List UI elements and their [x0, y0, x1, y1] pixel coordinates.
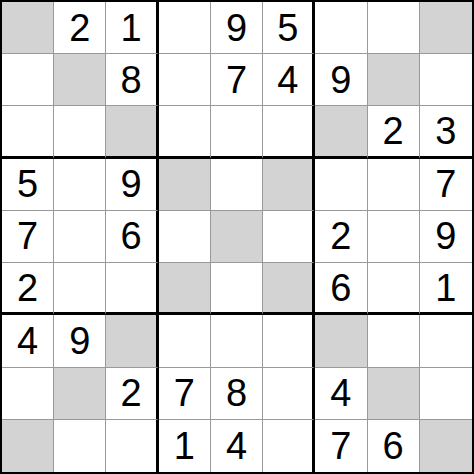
given-digit: 8 [226, 374, 247, 412]
given-digit: 7 [435, 165, 456, 203]
cell-r7c8[interactable] [368, 315, 420, 367]
given-digit: 7 [17, 217, 38, 255]
given-digit: 4 [277, 61, 298, 99]
cell-r8c7[interactable]: 4 [315, 368, 367, 420]
given-digit: 9 [120, 165, 141, 203]
cell-r2c2[interactable] [54, 54, 106, 106]
cell-r2c7[interactable]: 9 [315, 54, 367, 106]
given-digit: 2 [330, 217, 351, 255]
given-digit: 7 [330, 427, 351, 465]
given-digit: 6 [330, 269, 351, 307]
cell-r1c8[interactable] [368, 2, 420, 54]
cell-r1c6[interactable]: 5 [263, 2, 315, 54]
cell-r6c6[interactable] [263, 263, 315, 315]
given-digit: 5 [17, 165, 38, 203]
cell-r3c4[interactable] [159, 106, 211, 158]
cell-r1c5[interactable]: 9 [211, 2, 263, 54]
given-digit: 9 [69, 322, 90, 360]
cell-r6c8[interactable] [368, 263, 420, 315]
cell-r5c2[interactable] [54, 211, 106, 263]
given-digit: 8 [120, 61, 141, 99]
cell-r7c7[interactable] [315, 315, 367, 367]
cell-r6c1[interactable]: 2 [2, 263, 54, 315]
given-digit: 2 [120, 374, 141, 412]
cell-r4c8[interactable] [368, 159, 420, 211]
cell-r5c6[interactable] [263, 211, 315, 263]
cell-r9c2[interactable] [54, 420, 106, 472]
cell-r7c5[interactable] [211, 315, 263, 367]
cell-r1c4[interactable] [159, 2, 211, 54]
cell-r7c3[interactable] [106, 315, 158, 367]
cell-r6c2[interactable] [54, 263, 106, 315]
cell-r5c1[interactable]: 7 [2, 211, 54, 263]
cell-r9c7[interactable]: 7 [315, 420, 367, 472]
cell-r5c9[interactable]: 9 [420, 211, 472, 263]
cell-r5c4[interactable] [159, 211, 211, 263]
given-digit: 3 [435, 112, 456, 150]
cell-r4c5[interactable] [211, 159, 263, 211]
cell-r5c3[interactable]: 6 [106, 211, 158, 263]
given-digit: 4 [330, 374, 351, 412]
cell-r4c6[interactable] [263, 159, 315, 211]
cell-r2c9[interactable] [420, 54, 472, 106]
cell-r3c1[interactable] [2, 106, 54, 158]
cell-r7c1[interactable]: 4 [2, 315, 54, 367]
cell-r6c4[interactable] [159, 263, 211, 315]
given-digit: 1 [435, 269, 456, 307]
given-digit: 5 [277, 9, 298, 47]
cell-r3c2[interactable] [54, 106, 106, 158]
given-digit: 6 [120, 217, 141, 255]
given-digit: 6 [383, 427, 404, 465]
cell-r5c7[interactable]: 2 [315, 211, 367, 263]
cell-r1c3[interactable]: 1 [106, 2, 158, 54]
cell-r2c5[interactable]: 7 [211, 54, 263, 106]
given-digit: 4 [226, 427, 247, 465]
cell-r9c1[interactable] [2, 420, 54, 472]
cell-r2c1[interactable] [2, 54, 54, 106]
given-digit: 2 [17, 269, 38, 307]
cell-r6c7[interactable]: 6 [315, 263, 367, 315]
cell-r4c7[interactable] [315, 159, 367, 211]
cell-r8c3[interactable]: 2 [106, 368, 158, 420]
cell-r8c8[interactable] [368, 368, 420, 420]
cell-r7c6[interactable] [263, 315, 315, 367]
cell-r8c2[interactable] [54, 368, 106, 420]
cell-r9c9[interactable] [420, 420, 472, 472]
cell-r5c5[interactable] [211, 211, 263, 263]
given-digit: 2 [383, 112, 404, 150]
cell-r6c3[interactable] [106, 263, 158, 315]
cell-r7c4[interactable] [159, 315, 211, 367]
cell-r4c1[interactable]: 5 [2, 159, 54, 211]
cell-r3c3[interactable] [106, 106, 158, 158]
cell-r9c8[interactable]: 6 [368, 420, 420, 472]
cell-r8c4[interactable]: 7 [159, 368, 211, 420]
sudoku-board: 219587492359776292614927841476 [0, 0, 474, 474]
cell-r9c6[interactable] [263, 420, 315, 472]
cell-r7c9[interactable] [420, 315, 472, 367]
cell-r4c4[interactable] [159, 159, 211, 211]
given-digit: 1 [174, 427, 195, 465]
cell-r1c9[interactable] [420, 2, 472, 54]
given-digit: 2 [69, 9, 90, 47]
cell-r8c9[interactable] [420, 368, 472, 420]
cell-r8c1[interactable] [2, 368, 54, 420]
cell-r9c5[interactable]: 4 [211, 420, 263, 472]
cell-r8c6[interactable] [263, 368, 315, 420]
cell-r2c3[interactable]: 8 [106, 54, 158, 106]
cell-r3c6[interactable] [263, 106, 315, 158]
cell-r7c2[interactable]: 9 [54, 315, 106, 367]
given-digit: 9 [330, 61, 351, 99]
cell-r4c3[interactable]: 9 [106, 159, 158, 211]
cell-r5c8[interactable] [368, 211, 420, 263]
cell-r2c8[interactable] [368, 54, 420, 106]
given-digit: 7 [226, 61, 247, 99]
cell-r2c6[interactable]: 4 [263, 54, 315, 106]
cell-r3c9[interactable]: 3 [420, 106, 472, 158]
given-digit: 4 [17, 322, 38, 360]
cell-r9c3[interactable] [106, 420, 158, 472]
cell-r6c5[interactable] [211, 263, 263, 315]
cell-r4c9[interactable]: 7 [420, 159, 472, 211]
cell-r1c2[interactable]: 2 [54, 2, 106, 54]
cell-r6c9[interactable]: 1 [420, 263, 472, 315]
cell-r1c1[interactable] [2, 2, 54, 54]
cell-r2c4[interactable] [159, 54, 211, 106]
cell-r4c2[interactable] [54, 159, 106, 211]
given-digit: 7 [174, 374, 195, 412]
cell-r3c7[interactable] [315, 106, 367, 158]
given-digit: 1 [120, 9, 141, 47]
cell-r3c5[interactable] [211, 106, 263, 158]
cell-r3c8[interactable]: 2 [368, 106, 420, 158]
cell-r8c5[interactable]: 8 [211, 368, 263, 420]
given-digit: 9 [226, 9, 247, 47]
given-digit: 9 [435, 217, 456, 255]
cell-r1c7[interactable] [315, 2, 367, 54]
cell-r9c4[interactable]: 1 [159, 420, 211, 472]
